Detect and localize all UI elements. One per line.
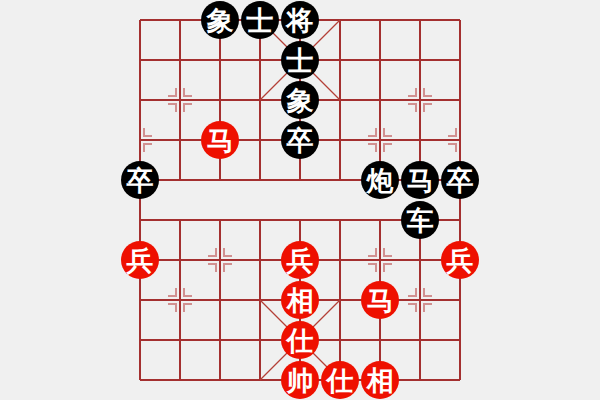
piece-black-pawn-8-4[interactable]: 卒 [441,161,479,199]
piece-black-rook-7-5[interactable]: 车 [401,201,439,239]
piece-black-pawn-4-3[interactable]: 卒 [281,121,319,159]
piece-red-elephant-6-9[interactable]: 相 [361,361,399,399]
board-background: 象士将士象卒卒炮马卒车马兵兵兵相马仕帅仕相 [0,0,600,400]
piece-red-pawn-4-6[interactable]: 兵 [281,241,319,279]
piece-red-pawn-0-6[interactable]: 兵 [121,241,159,279]
piece-red-king-4-9[interactable]: 帅 [281,361,319,399]
piece-black-elephant-2-0[interactable]: 象 [201,1,239,39]
piece-red-pawn-8-6[interactable]: 兵 [441,241,479,279]
piece-black-advisor-4-1[interactable]: 士 [281,41,319,79]
piece-black-advisor-3-0[interactable]: 士 [241,1,279,39]
pieces-layer: 象士将士象卒卒炮马卒车马兵兵兵相马仕帅仕相 [0,0,600,400]
piece-red-elephant-4-7[interactable]: 相 [281,281,319,319]
piece-red-horse-6-7[interactable]: 马 [361,281,399,319]
piece-black-elephant-4-2[interactable]: 象 [281,81,319,119]
piece-black-horse-7-4[interactable]: 马 [401,161,439,199]
piece-black-cannon-6-4[interactable]: 炮 [361,161,399,199]
piece-black-king-4-0[interactable]: 将 [281,1,319,39]
piece-black-pawn-0-4[interactable]: 卒 [121,161,159,199]
piece-red-advisor-4-8[interactable]: 仕 [281,321,319,359]
piece-red-horse-2-3[interactable]: 马 [201,121,239,159]
piece-red-advisor-5-9[interactable]: 仕 [321,361,359,399]
